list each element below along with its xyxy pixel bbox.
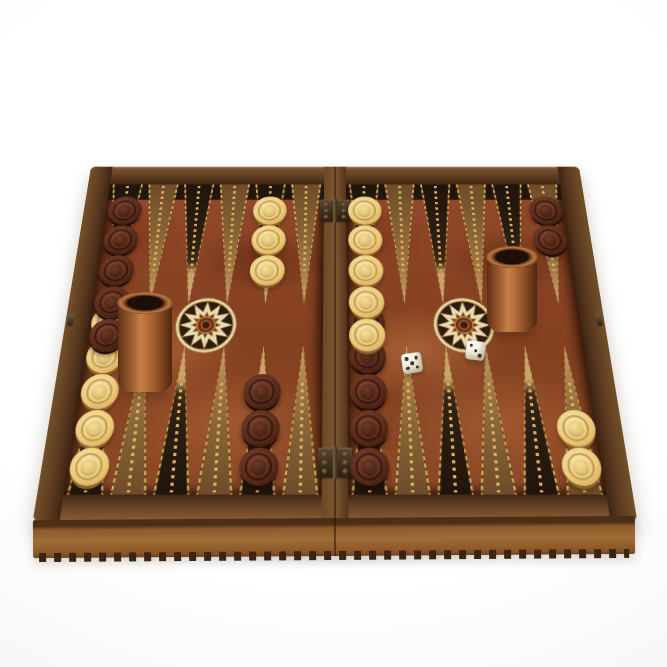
board-half-left [64, 184, 324, 494]
checker-light[interactable] [348, 255, 383, 285]
checker-light[interactable] [252, 197, 287, 225]
dice-cup-left-opening [117, 292, 173, 314]
rosette-left [171, 297, 240, 355]
die-pip [405, 357, 409, 361]
hinge-bottom [318, 448, 353, 478]
die-pip [474, 349, 478, 353]
hinge-top [320, 200, 350, 222]
checker-light[interactable] [348, 286, 384, 317]
checker-light[interactable] [348, 225, 383, 254]
die-pip [478, 354, 482, 358]
die-pip [406, 366, 410, 370]
die-pip [410, 361, 414, 365]
dice-cup-left[interactable] [118, 302, 172, 392]
point-top-6[interactable] [285, 184, 324, 304]
dice-cup-right-opening [486, 246, 538, 268]
case-front-edge [33, 516, 635, 558]
die-pip [414, 356, 418, 360]
checker-light[interactable] [249, 255, 285, 285]
checker-light[interactable] [250, 225, 285, 254]
checker-light[interactable] [348, 319, 385, 352]
checker-dark[interactable] [350, 448, 390, 486]
die-1[interactable] [401, 352, 424, 375]
photo-stage [0, 0, 667, 667]
rosette-svg [171, 297, 240, 355]
checker-light[interactable] [347, 197, 381, 225]
die-pip [470, 343, 474, 347]
checker-dark[interactable] [349, 410, 388, 447]
die-2[interactable] [465, 340, 486, 361]
checker-dark[interactable] [349, 374, 387, 409]
point-bottom-6[interactable] [279, 346, 323, 495]
dice-cup-right[interactable] [487, 256, 537, 332]
die-pip [415, 365, 419, 369]
center-bar [322, 167, 349, 522]
